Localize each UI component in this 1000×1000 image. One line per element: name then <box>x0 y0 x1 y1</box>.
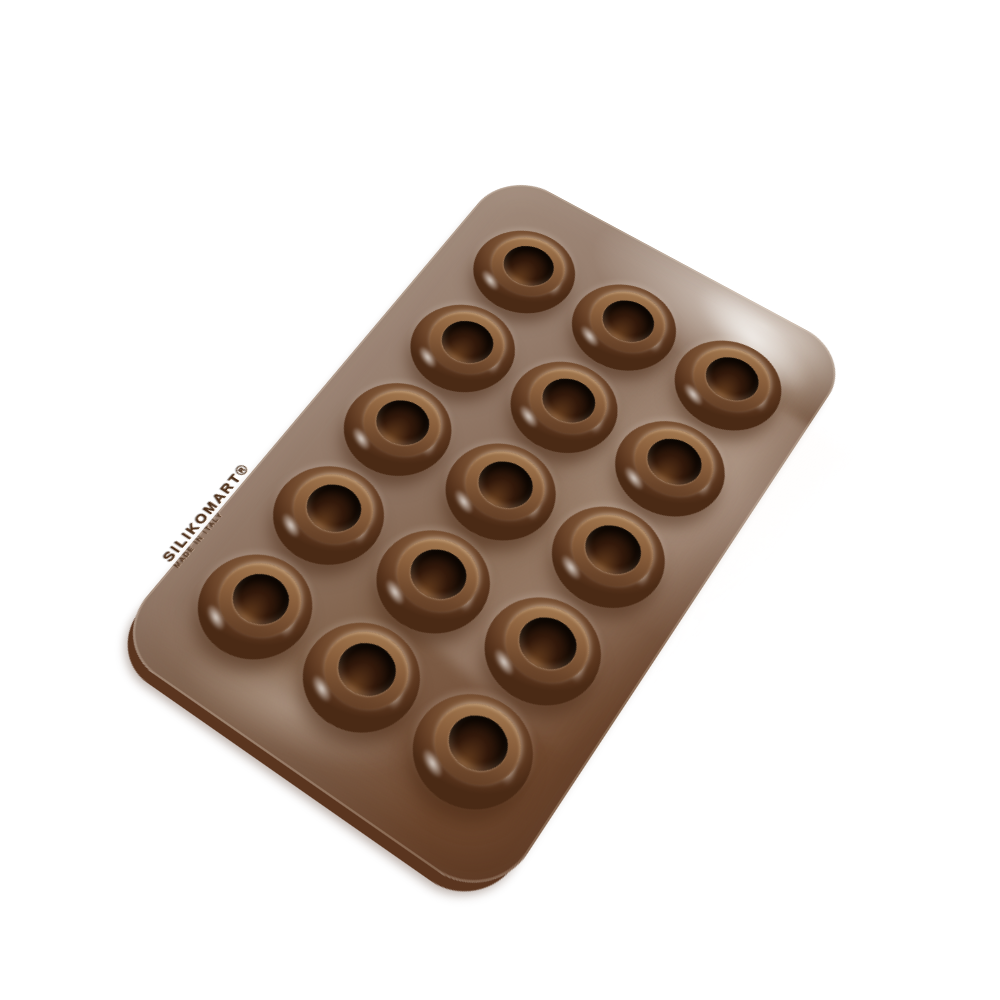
cavity-hole <box>327 633 406 707</box>
cavity-hole <box>495 238 563 293</box>
product-photo-scene: SILIKOMART® MADE IN ITALY <box>0 0 1000 1000</box>
cavity-hole <box>575 516 651 584</box>
cavity-hole <box>222 565 300 635</box>
cavity-hole <box>400 540 477 609</box>
cavity-grid <box>165 209 809 844</box>
cavity-hole <box>508 607 586 679</box>
cavity-hole <box>697 348 768 408</box>
chocolate-mould-tray: SILIKOMART® MADE IN ITALY <box>108 169 855 909</box>
cavity-rim <box>478 226 579 308</box>
cavity-hole <box>594 292 664 350</box>
cavity-rim <box>278 461 389 559</box>
cavity-hole <box>296 476 371 542</box>
cavity-hole <box>533 370 605 431</box>
cavity-hole <box>366 392 439 454</box>
cavity-hole <box>468 452 542 517</box>
cavity-rim <box>680 335 784 424</box>
cavity-hole <box>638 430 711 494</box>
cavity-rim <box>577 279 679 364</box>
cavity-rim <box>203 549 318 653</box>
cavity-hole <box>437 705 518 782</box>
cavity-hole <box>433 313 504 372</box>
